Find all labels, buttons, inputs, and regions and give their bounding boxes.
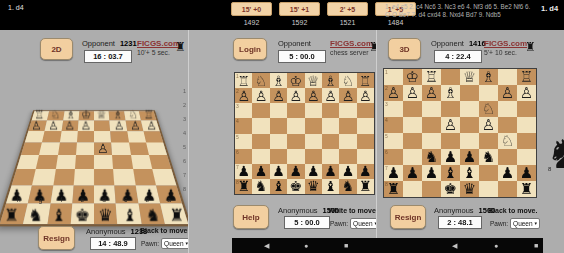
board-square[interactable]	[403, 133, 422, 149]
back-icon[interactable]: ◀	[452, 242, 457, 249]
white-pawn-piece[interactable]: ♙	[501, 86, 514, 101]
black-pawn-piece[interactable]: ♟	[307, 164, 320, 178]
board-square[interactable]	[112, 155, 132, 169]
black-bishop-piece[interactable]: ♝	[122, 207, 137, 224]
board-square[interactable]: ♙	[517, 85, 536, 101]
board-square[interactable]	[32, 169, 55, 185]
board-square[interactable]: ♛	[305, 179, 322, 194]
white-king-piece[interactable]: ♔	[290, 74, 303, 88]
chess-board[interactable]: 1♔♖♕♗♖♙2♙♙♗♙♙3♘4♙♙5♘6♞♟♟♞♟7♟♟♝♝♟♟♜8♚♛♜	[383, 68, 537, 198]
board-square[interactable]	[53, 169, 75, 185]
board-square[interactable]	[322, 134, 339, 149]
white-knight-piece[interactable]: ♘	[342, 74, 355, 88]
board-square[interactable]: ♙	[305, 88, 322, 103]
board-square[interactable]	[94, 155, 113, 169]
white-pawn-piece[interactable]: ♙	[290, 89, 303, 103]
board-square[interactable]	[422, 133, 441, 149]
board-square[interactable]: ♙2	[235, 88, 252, 103]
board-square[interactable]: ♔	[403, 69, 422, 85]
white-rook-piece[interactable]: ♖	[520, 70, 533, 85]
board-square[interactable]: ♙	[125, 121, 143, 131]
board-square[interactable]: ♘	[252, 73, 269, 88]
black-bishop-piece[interactable]: ♝	[51, 207, 66, 224]
board-square[interactable]	[287, 103, 304, 118]
board-square[interactable]	[305, 149, 322, 164]
black-pawn-piece[interactable]: ♟	[444, 150, 457, 165]
board-square[interactable]	[339, 149, 356, 164]
board-square[interactable]: 6	[235, 149, 252, 164]
board-square[interactable]: ♗	[479, 69, 498, 85]
board-square[interactable]: 3	[235, 103, 252, 118]
black-pawn-piece[interactable]: ♟	[520, 166, 533, 181]
board-square[interactable]: ♝	[47, 203, 72, 224]
board-square[interactable]: ♚	[70, 203, 94, 224]
board-square[interactable]	[287, 118, 304, 133]
board-square[interactable]	[252, 149, 269, 164]
board-square[interactable]: ♙	[422, 85, 441, 101]
board-square[interactable]	[422, 101, 441, 117]
white-pawn-piece[interactable]: ♙	[387, 86, 400, 101]
board-square[interactable]	[357, 103, 374, 118]
board-square[interactable]: ♚	[287, 179, 304, 194]
white-rook-piece[interactable]: ♖	[425, 70, 438, 85]
black-queen-piece[interactable]: ♛	[307, 179, 320, 193]
black-pawn-piece[interactable]: ♟	[501, 166, 514, 181]
white-bishop-piece[interactable]: ♗	[272, 74, 285, 88]
board-square[interactable]	[131, 155, 153, 169]
white-queen-piece[interactable]: ♕	[97, 110, 107, 121]
white-pawn-piece[interactable]: ♙	[97, 142, 109, 155]
board-square[interactable]: ♟	[322, 164, 339, 179]
board-square[interactable]: ♘	[498, 133, 517, 149]
coordinate-label: 8	[183, 186, 186, 192]
board-square[interactable]	[441, 69, 460, 85]
board-square[interactable]	[357, 134, 374, 149]
black-pawn-piece[interactable]: ♟	[359, 164, 372, 178]
board-square[interactable]: 3	[384, 101, 403, 117]
board-square[interactable]: ♙	[141, 121, 160, 131]
board-square[interactable]	[111, 142, 130, 155]
board-square[interactable]: ♜8	[235, 179, 252, 194]
black-pawn-piece[interactable]: ♟	[272, 164, 285, 178]
board-square[interactable]	[270, 103, 287, 118]
board-square[interactable]	[36, 155, 58, 169]
white-pawn-piece[interactable]: ♙	[520, 86, 533, 101]
white-pawn-piece[interactable]: ♙	[237, 89, 250, 103]
chess-board[interactable]: ♖1♘♗♔♕♗♘♖♙2♙♙♙♙♙♙♙3456♟7♟♟♟♟♟♟♟♜8♞♝♚♛♝♞♜	[234, 72, 375, 195]
view-2d-button[interactable]: 2D	[40, 38, 73, 60]
board-square[interactable]	[339, 134, 356, 149]
white-pawn-piece[interactable]: ♙	[130, 119, 140, 131]
white-pawn-piece[interactable]: ♙	[272, 89, 285, 103]
board-square[interactable]: ♕	[305, 73, 322, 88]
board-square[interactable]	[42, 131, 61, 142]
board-square[interactable]	[39, 142, 59, 155]
white-king-piece[interactable]: ♔	[406, 70, 419, 85]
white-pawn-piece[interactable]: ♙	[81, 119, 91, 131]
white-queen-piece[interactable]: ♕	[463, 70, 476, 85]
board-square[interactable]	[129, 142, 149, 155]
board-square[interactable]: ♘	[339, 73, 356, 88]
time-control-rating: 1521	[327, 19, 368, 26]
board-square[interactable]	[149, 155, 172, 169]
white-bishop-piece[interactable]: ♗	[482, 70, 495, 85]
white-pawn-piece[interactable]: ♙	[406, 86, 419, 101]
app-screenshot: 1. d4 15' +0 1492 15' +1 1592 2' +5 1521…	[0, 0, 564, 253]
white-pawn-piece[interactable]: ♙	[482, 118, 495, 133]
board-square[interactable]	[143, 131, 163, 142]
board-square[interactable]	[270, 149, 287, 164]
board-square[interactable]: ♟	[305, 164, 322, 179]
board-square[interactable]	[146, 142, 167, 155]
promotion-dropdown[interactable]: Queen▾	[510, 218, 540, 229]
left-board-movelist: 1. d4	[8, 4, 24, 11]
board-square[interactable]	[517, 101, 536, 117]
promotion-row: Pawn: Queen▾	[490, 218, 540, 229]
board-square[interactable]	[357, 149, 374, 164]
white-knight-piece[interactable]: ♘	[255, 74, 268, 88]
board-square[interactable]: ♟	[287, 164, 304, 179]
promotion-dropdown[interactable]: Queen▾	[161, 238, 191, 249]
opponent-clock: 5 : 00.0	[278, 50, 326, 63]
board-square[interactable]	[517, 149, 536, 165]
board-square[interactable]	[422, 117, 441, 133]
board-square[interactable]: ♝	[322, 179, 339, 194]
board-square[interactable]	[460, 117, 479, 133]
white-pawn-piece[interactable]: ♙	[359, 89, 372, 103]
board-square[interactable]: ♛	[94, 203, 118, 224]
board-square[interactable]: ♙	[322, 88, 339, 103]
white-pawn-piece[interactable]: ♙	[146, 119, 156, 131]
board-square[interactable]	[287, 149, 304, 164]
board-square[interactable]	[403, 149, 422, 165]
edge-rank-label: 8	[548, 166, 551, 172]
opponent-name: Opponent	[278, 39, 316, 48]
view-3d-button[interactable]: 3D	[388, 38, 421, 60]
board-square[interactable]: 4	[235, 118, 252, 133]
board-square[interactable]: ♜	[357, 179, 374, 194]
board-square[interactable]: ♞	[479, 149, 498, 165]
board-square[interactable]	[270, 134, 287, 149]
board-square[interactable]	[517, 117, 536, 133]
board-square[interactable]: 1	[384, 69, 403, 85]
opponent-clock: 4 : 22.4	[434, 50, 482, 63]
board-square[interactable]	[270, 118, 287, 133]
black-bishop-piece[interactable]: ♝	[444, 166, 457, 181]
board-square[interactable]	[305, 134, 322, 149]
board-square[interactable]: ♞	[339, 179, 356, 194]
board-square[interactable]: ♟	[270, 164, 287, 179]
black-pawn-piece[interactable]: ♟	[290, 164, 303, 178]
board-square[interactable]: ♙	[45, 121, 63, 131]
board-square[interactable]: ♞	[23, 203, 50, 224]
white-pawn-piece[interactable]: ♙	[48, 119, 58, 131]
black-king-piece[interactable]: ♚	[75, 207, 90, 224]
time-control-button[interactable]: 2' +5	[327, 2, 368, 16]
white-rook-piece[interactable]: ♖	[237, 74, 250, 88]
board-square[interactable]	[58, 142, 77, 155]
board-square[interactable]	[498, 181, 517, 197]
black-knight-piece[interactable]: ♞	[425, 150, 438, 165]
board-square[interactable]: 5	[384, 133, 403, 149]
recents-icon[interactable]: ■	[344, 242, 348, 249]
white-pawn-piece[interactable]: ♙	[64, 119, 74, 131]
board-square[interactable]: ♙	[94, 142, 112, 155]
ficgs-link[interactable]: FICGS.com	[137, 39, 180, 48]
board-square[interactable]: ♕	[94, 111, 110, 120]
board-square[interactable]: ♙	[498, 85, 517, 101]
login-button[interactable]: Login	[233, 38, 267, 60]
board-square[interactable]: ♙	[270, 88, 287, 103]
black-pawn-piece[interactable]: ♟	[324, 164, 337, 178]
coordinate-label: 6	[183, 158, 186, 164]
board-square[interactable]	[76, 142, 94, 155]
board-square[interactable]: ♙	[110, 121, 127, 131]
board-square[interactable]	[441, 133, 460, 149]
board-square[interactable]: ♙	[441, 117, 460, 133]
black-knight-piece[interactable]: ♞	[145, 207, 160, 224]
board-square[interactable]: ♗	[322, 73, 339, 88]
board-square[interactable]	[441, 101, 460, 117]
board-square[interactable]: ♜	[517, 181, 536, 197]
board-square[interactable]	[460, 85, 479, 101]
board-square[interactable]: ♟	[339, 164, 356, 179]
board-square[interactable]	[94, 169, 115, 185]
black-rook-piece[interactable]: ♜	[520, 182, 533, 197]
board-square[interactable]: ♟	[357, 164, 374, 179]
board-square[interactable]	[21, 142, 42, 155]
board-square[interactable]: ♖1	[235, 73, 252, 88]
white-queen-piece[interactable]: ♕	[307, 74, 320, 88]
black-pawn-piece[interactable]: ♟	[463, 150, 476, 165]
board-square[interactable]	[517, 133, 536, 149]
board-square[interactable]: ♟	[517, 165, 536, 181]
board-square[interactable]	[322, 103, 339, 118]
player-label: Anonymous	[86, 227, 126, 236]
black-rook-piece[interactable]: ♜	[359, 179, 372, 193]
board-square[interactable]	[17, 155, 40, 169]
board-square[interactable]	[305, 103, 322, 118]
board-square[interactable]: ♟	[422, 165, 441, 181]
board-square[interactable]	[252, 134, 269, 149]
board-square[interactable]	[252, 103, 269, 118]
board-square[interactable]	[460, 101, 479, 117]
board-square[interactable]: 6	[384, 149, 403, 165]
black-bishop-piece[interactable]: ♝	[324, 179, 337, 193]
board-square[interactable]	[152, 169, 176, 185]
resign-button[interactable]: Resign	[390, 205, 426, 229]
white-pawn-piece[interactable]: ♙	[255, 89, 268, 103]
black-pawn-piece[interactable]: ♟	[237, 164, 250, 178]
turn-status: White to move.	[328, 207, 374, 214]
ficgs-link[interactable]: FICGS.com	[484, 39, 527, 48]
board-square[interactable]: ♟	[441, 149, 460, 165]
time-control-label: 5'+ 10 sec.	[484, 49, 517, 56]
rank-label: 1	[385, 69, 388, 75]
black-pawn-piece[interactable]: ♟	[342, 164, 355, 178]
board-square[interactable]	[113, 169, 135, 185]
board-square[interactable]: ♙2	[384, 85, 403, 101]
board-square[interactable]	[59, 131, 77, 142]
board-square[interactable]	[498, 117, 517, 133]
black-rook-piece[interactable]: ♜	[387, 182, 400, 197]
board-square[interactable]	[479, 85, 498, 101]
board-square[interactable]: ♞	[422, 149, 441, 165]
white-pawn-piece[interactable]: ♙	[113, 119, 123, 131]
board-square[interactable]	[403, 117, 422, 133]
board-square[interactable]	[403, 181, 422, 197]
black-king-piece[interactable]: ♚	[444, 182, 457, 197]
board-square[interactable]	[287, 134, 304, 149]
black-bishop-piece[interactable]: ♝	[463, 166, 476, 181]
black-pawn-piece[interactable]: ♟	[255, 164, 268, 178]
board-square[interactable]: ♛	[460, 181, 479, 197]
board-square[interactable]	[479, 165, 498, 181]
board-square[interactable]: ♟7	[384, 165, 403, 181]
white-bishop-piece[interactable]: ♗	[324, 74, 337, 88]
white-pawn-piece[interactable]: ♙	[342, 89, 355, 103]
time-control-button[interactable]: 15' +1	[279, 2, 320, 16]
chevron-down-icon: ▾	[535, 219, 538, 228]
board-square[interactable]	[357, 118, 374, 133]
home-icon[interactable]: ●	[494, 242, 498, 249]
board-square[interactable]	[305, 118, 322, 133]
board-square[interactable]: ♝	[441, 165, 460, 181]
home-icon[interactable]: ●	[304, 242, 308, 249]
board-square[interactable]: ♕	[460, 69, 479, 85]
board-square[interactable]: ♖	[517, 69, 536, 85]
board-square[interactable]	[252, 118, 269, 133]
white-pawn-piece[interactable]: ♙	[307, 89, 320, 103]
board-square[interactable]: 5	[235, 134, 252, 149]
rank-labels: 12345678	[183, 88, 186, 192]
black-rook-piece[interactable]: ♜	[237, 179, 250, 193]
board-square[interactable]: ♟7	[235, 164, 252, 179]
board-square[interactable]	[403, 101, 422, 117]
board-square[interactable]	[94, 121, 110, 131]
board-square[interactable]: ♟	[498, 165, 517, 181]
black-queen-piece[interactable]: ♛	[98, 207, 113, 224]
coordinate-label: d	[102, 196, 106, 203]
board-square[interactable]: ♔	[287, 73, 304, 88]
white-pawn-piece[interactable]: ♙	[31, 119, 41, 131]
board-square[interactable]: 4	[384, 117, 403, 133]
board-square[interactable]	[460, 133, 479, 149]
turn-status: Black to move.	[140, 227, 186, 234]
board-square[interactable]: ♙	[339, 88, 356, 103]
board-square[interactable]	[498, 69, 517, 85]
black-pawn-piece[interactable]: ♟	[387, 166, 400, 181]
board-square[interactable]: ♚	[441, 181, 460, 197]
board-square[interactable]: ♙	[287, 88, 304, 103]
board-square[interactable]: ♗	[270, 73, 287, 88]
help-button[interactable]: Help	[233, 205, 269, 229]
board-square[interactable]	[498, 149, 517, 165]
black-knight-piece[interactable]: ♞	[482, 150, 495, 165]
time-control-rating: 1592	[279, 19, 320, 26]
white-pawn-piece[interactable]: ♙	[324, 89, 337, 103]
rank-label: 5	[385, 133, 388, 139]
white-pawn-piece[interactable]: ♙	[425, 86, 438, 101]
time-control-15-1: 15' +1 1592	[279, 2, 320, 26]
black-knight-piece[interactable]: ♞	[342, 179, 355, 193]
board-square[interactable]	[77, 131, 94, 142]
board-square[interactable]	[322, 149, 339, 164]
panel-3d-game: 2D Opponent1231 16 : 03.7 FICGS.com 10'+…	[0, 30, 188, 253]
black-pawn-piece[interactable]: ♟	[406, 166, 419, 181]
board-square[interactable]	[339, 118, 356, 133]
board-square[interactable]: ♖	[357, 73, 374, 88]
time-control-15-0: 15' +0 1492	[231, 2, 272, 26]
time-control-button[interactable]: 15' +0	[231, 2, 272, 16]
white-knight-piece[interactable]: ♘	[501, 134, 514, 149]
board-square[interactable]: ♙	[78, 121, 94, 131]
board-square[interactable]: ♝	[116, 203, 141, 224]
board-square[interactable]: ♟	[460, 149, 479, 165]
board-square[interactable]: ♝	[270, 179, 287, 194]
resign-button[interactable]: Resign	[38, 226, 75, 250]
board-square[interactable]	[479, 181, 498, 197]
board-square[interactable]: ♙	[61, 121, 78, 131]
board-square[interactable]: ♟	[403, 165, 422, 181]
board-square[interactable]: ♟	[252, 164, 269, 179]
board-square[interactable]	[498, 101, 517, 117]
board-square[interactable]: ♙	[357, 88, 374, 103]
board-square[interactable]: ♞	[252, 179, 269, 194]
board-square[interactable]	[479, 133, 498, 149]
white-bishop-piece[interactable]: ♗	[444, 86, 457, 101]
board-square[interactable]	[110, 131, 128, 142]
black-king-piece[interactable]: ♚	[290, 179, 303, 193]
board-square[interactable]: ♞	[138, 203, 165, 224]
coordinate-label: 1	[183, 88, 186, 94]
board-square[interactable]	[422, 181, 441, 197]
black-knight-piece[interactable]: ♞	[255, 179, 268, 193]
black-rook-piece[interactable]: ♜	[4, 207, 19, 224]
board-square[interactable]: ♙	[479, 117, 498, 133]
board-square[interactable]: ♜8	[384, 181, 403, 197]
recents-icon[interactable]: ■	[534, 242, 538, 249]
board-square[interactable]: ♖	[422, 69, 441, 85]
board-square[interactable]: ♗	[441, 85, 460, 101]
black-pawn-piece[interactable]: ♟	[425, 166, 438, 181]
white-rook-piece[interactable]: ♖	[359, 74, 372, 88]
coordinate-label: g	[39, 196, 43, 203]
board-square[interactable]	[339, 103, 356, 118]
back-icon[interactable]: ◀	[264, 242, 269, 249]
black-queen-piece[interactable]: ♛	[463, 182, 476, 197]
board-square[interactable]: ♙	[252, 88, 269, 103]
black-bishop-piece[interactable]: ♝	[272, 179, 285, 193]
board-square[interactable]: ♜	[160, 203, 188, 224]
board-square[interactable]: ♝	[460, 165, 479, 181]
chess-board-3d[interactable]: ♖♘♗♔♕♗♘♖♙♙♙♙♙♙♙♙♟♟♟♟♟♟♟♟♜♞♝♚♛♝♞♜	[0, 110, 192, 226]
white-pawn-piece[interactable]: ♙	[444, 118, 457, 133]
board-square[interactable]	[55, 155, 75, 169]
player-clock: 2 : 48.1	[438, 216, 482, 229]
black-rook-piece[interactable]: ♜	[169, 207, 184, 224]
white-knight-piece[interactable]: ♘	[482, 102, 495, 117]
board-square[interactable]: ♙	[403, 85, 422, 101]
panel-2d-start: Login Opponent 5 : 00.0 FICGS.com chess …	[188, 30, 376, 253]
board-square[interactable]	[73, 169, 94, 185]
ficgs-link[interactable]: FICGS.com	[330, 39, 373, 48]
game-move-list: 1. e4 c5 2. c4 Nc6 3. Nc3 e6 4. Nf3 d6 5…	[385, 3, 537, 18]
board-square[interactable]: ♘	[479, 101, 498, 117]
board-square[interactable]	[322, 118, 339, 133]
black-knight-piece[interactable]: ♞	[28, 207, 43, 224]
board-square[interactable]	[75, 155, 94, 169]
